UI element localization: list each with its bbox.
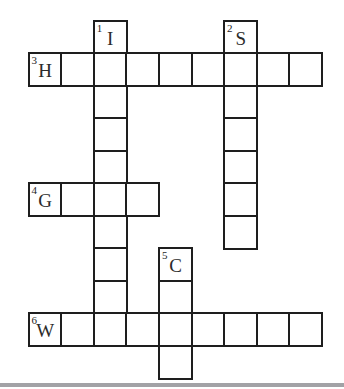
crossword-cell-r9c0[interactable]: 6W xyxy=(28,312,63,347)
crossword-cell-r1c3[interactable] xyxy=(125,52,160,87)
crossword-cell-r2c2[interactable] xyxy=(93,85,128,120)
clue-number: 1 xyxy=(97,22,103,34)
crossword-cell-r8c2[interactable] xyxy=(93,280,128,315)
page-divider-bar xyxy=(0,383,344,387)
crossword-cell-r1c8[interactable] xyxy=(288,52,323,87)
crossword-cell-r1c7[interactable] xyxy=(256,52,291,87)
crossword-board: 1I2S3H4G5C6W xyxy=(0,0,344,389)
crossword-cell-r9c3[interactable] xyxy=(125,312,160,347)
crossword-cell-r6c2[interactable] xyxy=(93,215,128,250)
clue-number: 3 xyxy=(32,54,38,66)
crossword-cell-r0c6[interactable]: 2S xyxy=(223,20,258,55)
crossword-cell-r10c4[interactable] xyxy=(158,345,193,380)
crossword-cell-r1c2[interactable] xyxy=(93,52,128,87)
crossword-cell-r5c6[interactable] xyxy=(223,182,258,217)
crossword-cell-r3c2[interactable] xyxy=(93,117,128,152)
crossword-cell-r5c0[interactable]: 4G xyxy=(28,182,63,217)
crossword-cell-r5c1[interactable] xyxy=(60,182,95,217)
crossword-cell-r0c2[interactable]: 1I xyxy=(93,20,128,55)
crossword-cell-r9c6[interactable] xyxy=(223,312,258,347)
clue-number: 4 xyxy=(32,184,38,196)
crossword-cell-r9c4[interactable] xyxy=(158,312,193,347)
crossword-cell-r6c6[interactable] xyxy=(223,215,258,250)
clue-number: 2 xyxy=(227,22,233,34)
crossword-cell-r1c1[interactable] xyxy=(60,52,95,87)
puzzle-page: 1I2S3H4G5C6W xyxy=(0,0,344,389)
crossword-cell-r9c5[interactable] xyxy=(191,312,226,347)
crossword-cell-r3c6[interactable] xyxy=(223,117,258,152)
clue-number: 6 xyxy=(32,314,38,326)
crossword-cell-r1c0[interactable]: 3H xyxy=(28,52,63,87)
crossword-cell-r1c6[interactable] xyxy=(223,52,258,87)
crossword-cell-r8c4[interactable] xyxy=(158,280,193,315)
crossword-cell-r4c2[interactable] xyxy=(93,150,128,185)
crossword-cell-r9c2[interactable] xyxy=(93,312,128,347)
crossword-cell-r5c3[interactable] xyxy=(125,182,160,217)
crossword-cell-r7c2[interactable] xyxy=(93,247,128,282)
crossword-cell-r2c6[interactable] xyxy=(223,85,258,120)
crossword-cell-r1c5[interactable] xyxy=(191,52,226,87)
crossword-cell-r1c4[interactable] xyxy=(158,52,193,87)
clue-number: 5 xyxy=(162,249,168,261)
crossword-cell-r9c7[interactable] xyxy=(256,312,291,347)
crossword-cell-r4c6[interactable] xyxy=(223,150,258,185)
crossword-cell-r7c4[interactable]: 5C xyxy=(158,247,193,282)
crossword-cell-r9c8[interactable] xyxy=(288,312,323,347)
crossword-cell-r9c1[interactable] xyxy=(60,312,95,347)
crossword-cell-r5c2[interactable] xyxy=(93,182,128,217)
